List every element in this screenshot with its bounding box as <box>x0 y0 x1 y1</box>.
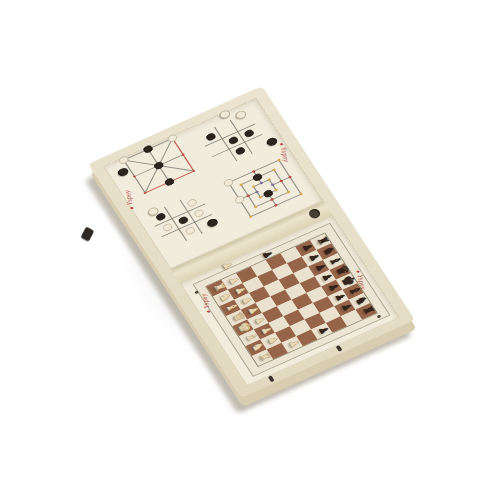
frame-dot <box>194 290 199 294</box>
brand-mark-icon: ◆ <box>205 310 211 314</box>
brand-logo: ◆ Yspey <box>125 190 136 211</box>
stone-black <box>178 216 189 225</box>
product-photo-stage: ◆ Yspey ◆ Yspey ◆ Yspey ◆ Yspey ♜♞♝♛♚♝♞♜… <box>0 0 500 500</box>
brand-text: Yspey <box>279 146 290 163</box>
stone-black <box>235 147 246 156</box>
stone-white <box>234 195 245 204</box>
brand-mark-icon: ◆ <box>128 206 134 210</box>
stone-white <box>193 209 204 218</box>
stone-white <box>186 198 197 207</box>
brand-mark-icon: ◆ <box>356 269 362 273</box>
stone-white <box>185 226 196 235</box>
tic-tac-toe-board-1 <box>196 114 267 168</box>
stone-black <box>228 136 239 145</box>
loose-stone-white <box>218 109 232 120</box>
stone-black <box>153 161 164 170</box>
stone-white <box>167 134 178 143</box>
stone-black <box>243 129 254 138</box>
stone-black <box>142 145 153 154</box>
stone-white <box>223 178 234 187</box>
stone-white <box>118 156 129 165</box>
stone-black <box>164 178 175 187</box>
stone-black <box>263 189 274 198</box>
stone-black <box>252 173 263 182</box>
divider-notch <box>307 207 322 219</box>
nine-mens-morris-board <box>225 160 301 218</box>
stone-black <box>205 133 216 142</box>
achi-board <box>120 138 194 194</box>
stone-white <box>162 223 173 232</box>
brand-text: Yspey <box>124 190 135 207</box>
brand-mark-icon: ◆ <box>279 142 285 146</box>
stone-black <box>155 212 166 221</box>
